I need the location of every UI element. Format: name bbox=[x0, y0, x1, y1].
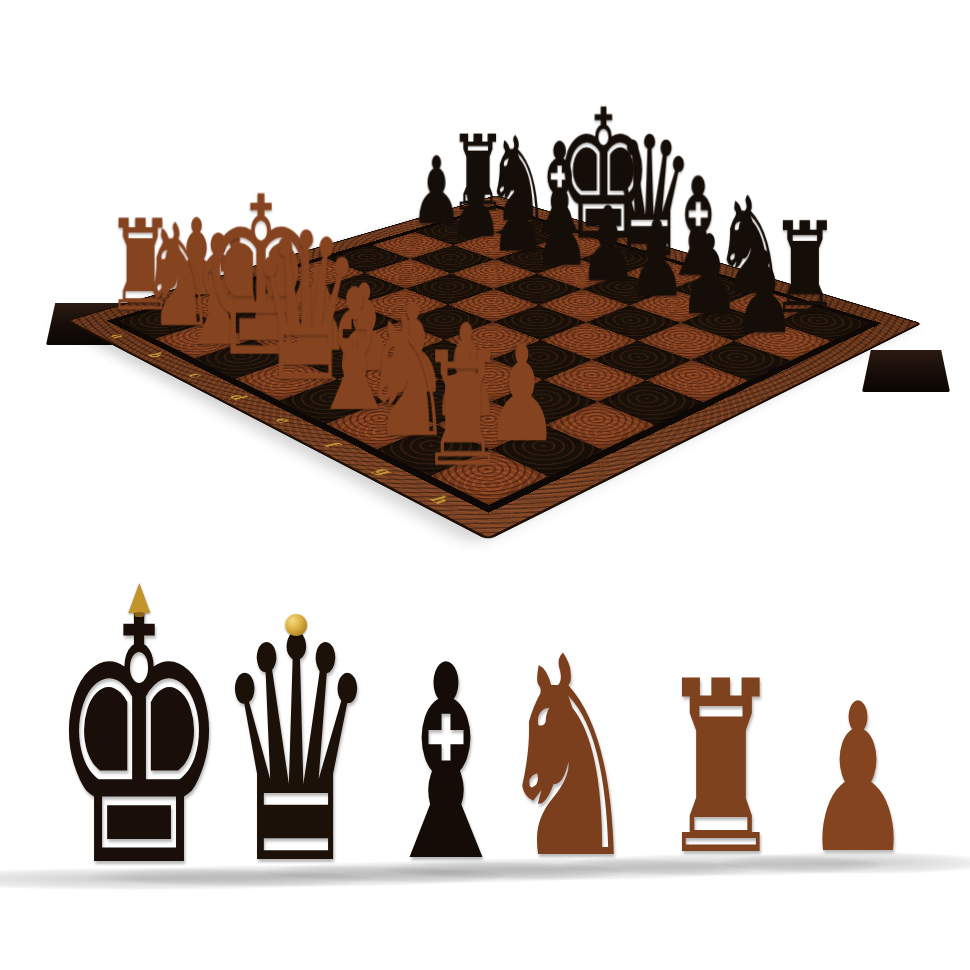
piece-shadow bbox=[0, 868, 371, 890]
piece-shadow bbox=[720, 852, 970, 874]
piece-shadow bbox=[266, 861, 626, 883]
square-h5 bbox=[646, 360, 749, 402]
black-bishop-glyph: ♝ bbox=[376, 660, 515, 869]
piece-shadow bbox=[382, 858, 753, 880]
brown-pawn-glyph: ♟ bbox=[805, 700, 912, 860]
board-border: ♜♞♝♚♛♝♞♜♟♟♟♟♟♟♟♟♟♟♟♟♟♟♟♟♜♞♝♚♛♝♞♜ abcdefg… bbox=[70, 196, 919, 537]
black-king-glyph: ♚ bbox=[49, 607, 228, 876]
brown-knight-display: ♞ bbox=[444, 651, 691, 866]
black-bishop-display: ♝ bbox=[326, 660, 566, 869]
black-queen-glyph: ♛ bbox=[215, 630, 377, 873]
gold-cone-finial bbox=[128, 583, 150, 613]
black-queen-display: ♛ bbox=[156, 630, 436, 873]
brown-pawn-display: ♟ bbox=[766, 700, 950, 860]
black-pawn-piece: ♟ bbox=[733, 236, 796, 349]
black-pawn-piece: ♟ bbox=[679, 221, 740, 331]
gold-ball-finial bbox=[285, 614, 307, 636]
brown-rook-glyph: ♜ bbox=[659, 676, 783, 862]
black-king-display: ♚ bbox=[0, 607, 294, 876]
brown-rook-piece: ♜ bbox=[419, 330, 507, 488]
piece-shadow bbox=[86, 865, 506, 887]
brown-knight-glyph: ♞ bbox=[496, 651, 640, 866]
board-grid: ♜♞♝♚♛♝♞♜♟♟♟♟♟♟♟♟♟♟♟♟♟♟♟♟♜♞♝♚♛♝♞♜ bbox=[106, 205, 881, 513]
board-foot-right bbox=[862, 350, 950, 392]
chess-set-photo: ♜♞♝♚♛♝♞♜♟♟♟♟♟♟♟♟♟♟♟♟♟♟♟♟♜♞♝♚♛♝♞♜ abcdefg… bbox=[0, 0, 970, 970]
chess-board: ♜♞♝♚♛♝♞♜♟♟♟♟♟♟♟♟♟♟♟♟♟♟♟♟♜♞♝♚♛♝♞♜ abcdefg… bbox=[70, 196, 919, 537]
brown-rook-display: ♜ bbox=[614, 676, 827, 862]
piece-shadow bbox=[561, 854, 881, 876]
